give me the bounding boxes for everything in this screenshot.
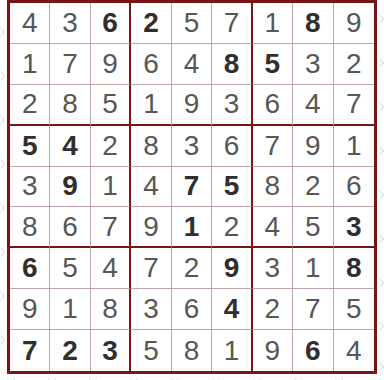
sudoku-cell-r4c3[interactable]: 2 <box>91 126 131 167</box>
sudoku-cell-r1c8[interactable]: 8 <box>293 3 333 44</box>
sudoku-cell-r6c5[interactable]: 1 <box>172 207 212 248</box>
background-tick-artifact <box>253 375 261 380</box>
sudoku-cell-r2c5[interactable]: 4 <box>172 44 212 85</box>
sudoku-cell-r3c3[interactable]: 5 <box>91 85 131 126</box>
background-tick-artifact <box>294 375 302 380</box>
sudoku-cell-r8c7[interactable]: 2 <box>253 289 293 330</box>
sudoku-cell-r7c1[interactable]: 6 <box>10 248 50 289</box>
sudoku-cell-r5c7[interactable]: 8 <box>253 167 293 208</box>
sudoku-cell-r9c5[interactable]: 8 <box>172 330 212 371</box>
sudoku-cell-r6c7[interactable]: 4 <box>253 207 293 248</box>
sudoku-cell-r8c1[interactable]: 9 <box>10 289 50 330</box>
sudoku-cell-r5c6[interactable]: 5 <box>212 167 252 208</box>
sudoku-cell-r3c4[interactable]: 1 <box>131 85 171 126</box>
sudoku-cell-r8c4[interactable]: 3 <box>131 289 171 330</box>
sudoku-cell-r2c3[interactable]: 9 <box>91 44 131 85</box>
sudoku-cell-r7c8[interactable]: 1 <box>293 248 333 289</box>
background-tick-artifact <box>48 375 56 380</box>
sudoku-cell-r3c1[interactable]: 2 <box>10 85 50 126</box>
sudoku-cell-r4c8[interactable]: 9 <box>293 126 333 167</box>
sudoku-cell-r7c9[interactable]: 8 <box>334 248 374 289</box>
sudoku-cell-r3c5[interactable]: 9 <box>172 85 212 126</box>
sudoku-cell-r7c3[interactable]: 4 <box>91 248 131 289</box>
sudoku-cell-r6c4[interactable]: 9 <box>131 207 171 248</box>
sudoku-cell-r7c7[interactable]: 3 <box>253 248 293 289</box>
sudoku-board: 4362571891796485322851936475428367913914… <box>7 0 377 374</box>
sudoku-cell-r6c6[interactable]: 2 <box>212 207 252 248</box>
sudoku-cell-r4c6[interactable]: 6 <box>212 126 252 167</box>
background-bullet-artifact <box>0 71 4 81</box>
sudoku-cell-r2c6[interactable]: 8 <box>212 44 252 85</box>
background-tick-artifact <box>373 375 381 380</box>
sudoku-cell-r6c2[interactable]: 6 <box>50 207 90 248</box>
sudoku-cell-r9c1[interactable]: 7 <box>10 330 50 371</box>
sudoku-cell-r2c1[interactable]: 1 <box>10 44 50 85</box>
sudoku-cell-r1c5[interactable]: 5 <box>172 3 212 44</box>
sudoku-cell-r9c2[interactable]: 2 <box>50 330 90 371</box>
sudoku-cell-r9c3[interactable]: 3 <box>91 330 131 371</box>
sudoku-cell-r5c3[interactable]: 1 <box>91 167 131 208</box>
background-tick-artifact <box>89 375 97 380</box>
background-bullet-artifact <box>0 291 4 301</box>
sudoku-cell-r3c9[interactable]: 7 <box>334 85 374 126</box>
sudoku-cell-r4c9[interactable]: 1 <box>334 126 374 167</box>
background-tick-artifact <box>212 375 220 380</box>
sudoku-cell-r1c7[interactable]: 1 <box>253 3 293 44</box>
sudoku-cell-r7c6[interactable]: 9 <box>212 248 252 289</box>
background-tick-artifact <box>7 375 15 380</box>
sudoku-cell-r9c8[interactable]: 6 <box>293 330 333 371</box>
sudoku-cell-r9c7[interactable]: 9 <box>253 330 293 371</box>
sudoku-cell-r2c8[interactable]: 3 <box>293 44 333 85</box>
sudoku-cell-r6c8[interactable]: 5 <box>293 207 333 248</box>
sudoku-cell-r2c2[interactable]: 7 <box>50 44 90 85</box>
background-bullet-artifact <box>0 335 4 345</box>
sudoku-cell-r9c4[interactable]: 5 <box>131 330 171 371</box>
sudoku-cell-r1c3[interactable]: 6 <box>91 3 131 44</box>
sudoku-cell-r1c2[interactable]: 3 <box>50 3 90 44</box>
sudoku-cell-r2c4[interactable]: 6 <box>131 44 171 85</box>
background-bullet-artifact <box>0 247 4 257</box>
sudoku-cell-r1c9[interactable]: 9 <box>334 3 374 44</box>
sudoku-cell-r4c7[interactable]: 7 <box>253 126 293 167</box>
sudoku-cell-r5c1[interactable]: 3 <box>10 167 50 208</box>
sudoku-cell-r3c8[interactable]: 4 <box>293 85 333 126</box>
sudoku-cell-r6c3[interactable]: 7 <box>91 207 131 248</box>
sudoku-cell-r1c6[interactable]: 7 <box>212 3 252 44</box>
sudoku-cell-r8c2[interactable]: 1 <box>50 289 90 330</box>
sudoku-cell-r2c9[interactable]: 2 <box>334 44 374 85</box>
sudoku-cell-r2c7[interactable]: 5 <box>253 44 293 85</box>
sudoku-cell-r6c9[interactable]: 3 <box>334 207 374 248</box>
background-tick-artifact <box>335 375 343 380</box>
background-tick-artifact <box>171 375 179 380</box>
sudoku-cell-r7c5[interactable]: 2 <box>172 248 212 289</box>
sudoku-cell-r4c5[interactable]: 3 <box>172 126 212 167</box>
background-bullet-artifact <box>0 159 4 169</box>
background-tick-artifact <box>130 375 138 380</box>
sudoku-cell-r5c5[interactable]: 7 <box>172 167 212 208</box>
sudoku-cell-r9c9[interactable]: 4 <box>334 330 374 371</box>
sudoku-cell-r6c1[interactable]: 8 <box>10 207 50 248</box>
sudoku-cell-r9c6[interactable]: 1 <box>212 330 252 371</box>
sudoku-cell-r5c8[interactable]: 2 <box>293 167 333 208</box>
sudoku-cell-r5c2[interactable]: 9 <box>50 167 90 208</box>
sudoku-cell-r4c4[interactable]: 8 <box>131 126 171 167</box>
sudoku-cell-r5c9[interactable]: 6 <box>334 167 374 208</box>
sudoku-cell-r8c3[interactable]: 8 <box>91 289 131 330</box>
sudoku-cell-r8c9[interactable]: 5 <box>334 289 374 330</box>
background-bullet-artifact <box>0 203 4 213</box>
sudoku-cell-r7c4[interactable]: 7 <box>131 248 171 289</box>
sudoku-cell-r5c4[interactable]: 4 <box>131 167 171 208</box>
sudoku-cell-r7c2[interactable]: 5 <box>50 248 90 289</box>
sudoku-cell-r8c6[interactable]: 4 <box>212 289 252 330</box>
sudoku-cell-r1c1[interactable]: 4 <box>10 3 50 44</box>
sudoku-cell-r4c1[interactable]: 5 <box>10 126 50 167</box>
sudoku-cell-r4c2[interactable]: 4 <box>50 126 90 167</box>
sudoku-cell-r8c8[interactable]: 7 <box>293 289 333 330</box>
sudoku-cell-r3c2[interactable]: 8 <box>50 85 90 126</box>
sudoku-cell-r3c7[interactable]: 6 <box>253 85 293 126</box>
sudoku-cell-r1c4[interactable]: 2 <box>131 3 171 44</box>
background-bullet-artifact <box>0 27 4 37</box>
sudoku-cell-r3c6[interactable]: 3 <box>212 85 252 126</box>
background-bullet-artifact <box>0 115 4 125</box>
sudoku-cell-r8c5[interactable]: 6 <box>172 289 212 330</box>
